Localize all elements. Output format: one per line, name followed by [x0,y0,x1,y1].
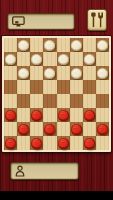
square-r2c8 [96,52,109,66]
square-r1c4[interactable]: ⛂ [43,38,56,52]
checkers-board-grid: ⛂⛂⛂⛂⛂⛂⛂⛂⛂⛂⛂⛂⛂⛂⛂⛂⛂⛂⛂⛂⛂⛂⛂⛂ [4,38,109,150]
square-r2c2 [17,52,30,66]
settings-button[interactable] [87,9,107,31]
red-piece[interactable]: ⛂ [84,138,95,149]
checkers-board: ⛂⛂⛂⛂⛂⛂⛂⛂⛂⛂⛂⛂⛂⛂⛂⛂⛂⛂⛂⛂⛂⛂⛂⛂ [2,36,111,152]
square-r3c7 [83,66,96,80]
square-r4c4 [43,80,56,94]
white-piece[interactable]: ⛂ [97,68,108,79]
square-r4c1[interactable] [4,80,17,94]
square-r1c8[interactable]: ⛂ [96,38,109,52]
square-r3c4[interactable]: ⛂ [43,66,56,80]
red-piece[interactable]: ⛂ [97,124,108,135]
square-r8c2 [17,136,30,150]
square-r2c5[interactable]: ⛂ [57,52,70,66]
square-r2c3[interactable]: ⛂ [30,52,43,66]
square-r8c6 [70,136,83,150]
square-r1c7 [83,38,96,52]
square-r3c6[interactable]: ⛂ [70,66,83,80]
square-r5c8[interactable] [96,94,109,108]
square-r1c5 [57,38,70,52]
square-r3c8[interactable]: ⛂ [96,66,109,80]
white-piece[interactable]: ⛂ [58,54,69,65]
square-r5c6[interactable] [70,94,83,108]
red-piece[interactable]: ⛂ [58,138,69,149]
square-r5c2[interactable] [17,94,30,108]
red-piece[interactable]: ⛂ [84,110,95,121]
player-icon [15,165,25,177]
square-r7c1 [4,122,17,136]
square-r7c7 [83,122,96,136]
checkers-app-screen: ⛂⛂⛂⛂⛂⛂⛂⛂⛂⛂⛂⛂⛂⛂⛂⛂⛂⛂⛂⛂⛂⛂⛂⛂ [0,0,113,200]
square-r7c5 [57,122,70,136]
square-r6c5[interactable]: ⛂ [57,108,70,122]
square-r4c3[interactable] [30,80,43,94]
square-r2c6 [70,52,83,66]
square-r2c7[interactable]: ⛂ [83,52,96,66]
white-piece[interactable]: ⛂ [84,54,95,65]
square-r1c1 [4,38,17,52]
white-piece[interactable]: ⛂ [44,40,55,51]
red-piece[interactable]: ⛂ [5,110,16,121]
white-piece[interactable]: ⛂ [97,40,108,51]
red-piece[interactable]: ⛂ [31,110,42,121]
square-r6c6 [70,108,83,122]
opponent-bar [7,13,75,30]
red-piece[interactable]: ⛂ [5,138,16,149]
square-r4c6 [70,80,83,94]
red-piece[interactable]: ⛂ [58,110,69,121]
white-piece[interactable]: ⛂ [71,68,82,79]
white-piece[interactable]: ⛂ [18,68,29,79]
square-r6c7[interactable]: ⛂ [83,108,96,122]
square-r1c3 [30,38,43,52]
square-r3c3 [30,66,43,80]
square-r6c2 [17,108,30,122]
square-r5c7 [83,94,96,108]
white-piece[interactable]: ⛂ [71,40,82,51]
red-piece[interactable]: ⛂ [71,124,82,135]
white-piece[interactable]: ⛂ [5,54,16,65]
square-r8c1[interactable]: ⛂ [4,136,17,150]
square-r8c4 [43,136,56,150]
square-r4c5[interactable] [57,80,70,94]
square-r4c7[interactable] [83,80,96,94]
square-r1c6[interactable]: ⛂ [70,38,83,52]
tools-icon [90,12,104,28]
square-r5c5 [57,94,70,108]
square-r2c4 [43,52,56,66]
red-piece[interactable]: ⛂ [31,138,42,149]
bottom-strip [0,191,113,200]
square-r4c8 [96,80,109,94]
red-piece[interactable]: ⛂ [18,124,29,135]
square-r7c6[interactable]: ⛂ [70,122,83,136]
square-r6c1[interactable]: ⛂ [4,108,17,122]
red-piece[interactable]: ⛂ [44,124,55,135]
square-r2c1[interactable]: ⛂ [4,52,17,66]
square-r5c3 [30,94,43,108]
square-r8c7[interactable]: ⛂ [83,136,96,150]
square-r8c3[interactable]: ⛂ [30,136,43,150]
white-piece[interactable]: ⛂ [18,40,29,51]
square-r7c8[interactable]: ⛂ [96,122,109,136]
square-r8c8 [96,136,109,150]
square-r6c3[interactable]: ⛂ [30,108,43,122]
square-r8c5[interactable]: ⛂ [57,136,70,150]
square-r7c2[interactable]: ⛂ [17,122,30,136]
square-r6c4 [43,108,56,122]
square-r1c2[interactable]: ⛂ [17,38,30,52]
player-bar [10,162,79,180]
square-r4c2 [17,80,30,94]
white-piece[interactable]: ⛂ [44,68,55,79]
computer-monitor-icon [12,16,25,28]
square-r3c5 [57,66,70,80]
square-r3c1 [4,66,17,80]
square-r3c2[interactable]: ⛂ [17,66,30,80]
square-r6c8 [96,108,109,122]
white-piece[interactable]: ⛂ [31,54,42,65]
square-r5c4[interactable] [43,94,56,108]
square-r7c4[interactable]: ⛂ [43,122,56,136]
square-r7c3 [30,122,43,136]
square-r5c1 [4,94,17,108]
